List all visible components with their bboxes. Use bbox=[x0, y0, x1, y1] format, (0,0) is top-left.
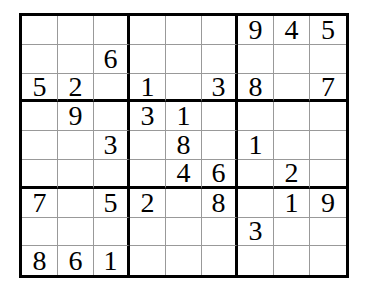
cell-r7c9: 9 bbox=[310, 189, 346, 218]
cell-r1c6[interactable] bbox=[202, 16, 238, 45]
cell-r6c7[interactable] bbox=[238, 160, 274, 189]
cell-r5c5: 8 bbox=[166, 131, 202, 160]
cell-r7c7[interactable] bbox=[238, 189, 274, 218]
cell-r8c9[interactable] bbox=[310, 218, 346, 247]
cell-r7c3: 5 bbox=[94, 189, 130, 218]
cell-r3c6: 3 bbox=[202, 74, 238, 103]
cell-r2c2[interactable] bbox=[58, 45, 94, 74]
cell-r2c4[interactable] bbox=[130, 45, 166, 74]
cell-r8c8[interactable] bbox=[274, 218, 310, 247]
cell-r5c6[interactable] bbox=[202, 131, 238, 160]
cell-r8c5[interactable] bbox=[166, 218, 202, 247]
cell-r6c3[interactable] bbox=[94, 160, 130, 189]
cell-r5c7: 1 bbox=[238, 131, 274, 160]
cell-r9c1: 8 bbox=[22, 246, 58, 275]
cell-r1c7: 9 bbox=[238, 16, 274, 45]
cell-r6c4[interactable] bbox=[130, 160, 166, 189]
page: { "game": "sudoku", "position": "......9… bbox=[0, 0, 374, 300]
cell-r4c8[interactable] bbox=[274, 102, 310, 131]
cell-r9c8[interactable] bbox=[274, 246, 310, 275]
cell-r1c5[interactable] bbox=[166, 16, 202, 45]
cell-r5c4[interactable] bbox=[130, 131, 166, 160]
cell-r9c7[interactable] bbox=[238, 246, 274, 275]
cell-r5c3: 3 bbox=[94, 131, 130, 160]
cell-r1c4[interactable] bbox=[130, 16, 166, 45]
cell-r5c1[interactable] bbox=[22, 131, 58, 160]
cell-r1c8: 4 bbox=[274, 16, 310, 45]
cell-r4c4: 3 bbox=[130, 102, 166, 131]
cell-r3c3[interactable] bbox=[94, 74, 130, 103]
cell-r3c1: 5 bbox=[22, 74, 58, 103]
cell-r4c6[interactable] bbox=[202, 102, 238, 131]
cell-r6c9[interactable] bbox=[310, 160, 346, 189]
cell-r4c7[interactable] bbox=[238, 102, 274, 131]
cell-r4c9[interactable] bbox=[310, 102, 346, 131]
cell-r9c4[interactable] bbox=[130, 246, 166, 275]
cell-r4c5: 1 bbox=[166, 102, 202, 131]
cell-r4c2: 9 bbox=[58, 102, 94, 131]
cell-r8c3[interactable] bbox=[94, 218, 130, 247]
cell-r8c4[interactable] bbox=[130, 218, 166, 247]
cell-r2c9[interactable] bbox=[310, 45, 346, 74]
cell-r7c6: 8 bbox=[202, 189, 238, 218]
cell-r7c1: 7 bbox=[22, 189, 58, 218]
cell-r1c9: 5 bbox=[310, 16, 346, 45]
cell-r6c6: 6 bbox=[202, 160, 238, 189]
cell-r9c3: 1 bbox=[94, 246, 130, 275]
cell-r8c7: 3 bbox=[238, 218, 274, 247]
cell-r6c8: 2 bbox=[274, 160, 310, 189]
cell-r1c2[interactable] bbox=[58, 16, 94, 45]
cell-r3c7: 8 bbox=[238, 74, 274, 103]
cell-r2c8[interactable] bbox=[274, 45, 310, 74]
cell-r7c5[interactable] bbox=[166, 189, 202, 218]
cell-r5c9[interactable] bbox=[310, 131, 346, 160]
cell-r3c8[interactable] bbox=[274, 74, 310, 103]
cell-r8c6[interactable] bbox=[202, 218, 238, 247]
cell-r5c2[interactable] bbox=[58, 131, 94, 160]
cell-r9c6[interactable] bbox=[202, 246, 238, 275]
cell-r3c4: 1 bbox=[130, 74, 166, 103]
cell-r4c3[interactable] bbox=[94, 102, 130, 131]
cell-r7c8: 1 bbox=[274, 189, 310, 218]
cell-r3c9: 7 bbox=[310, 74, 346, 103]
cell-r6c2[interactable] bbox=[58, 160, 94, 189]
cell-r3c2: 2 bbox=[58, 74, 94, 103]
cell-r6c1[interactable] bbox=[22, 160, 58, 189]
cell-r2c7[interactable] bbox=[238, 45, 274, 74]
sudoku-board: 94565213879313814627528193861 bbox=[19, 13, 349, 278]
cell-r1c1[interactable] bbox=[22, 16, 58, 45]
cell-r7c2[interactable] bbox=[58, 189, 94, 218]
cell-r8c1[interactable] bbox=[22, 218, 58, 247]
cell-r1c3[interactable] bbox=[94, 16, 130, 45]
cell-r6c5: 4 bbox=[166, 160, 202, 189]
cell-r9c2: 6 bbox=[58, 246, 94, 275]
cell-r7c4: 2 bbox=[130, 189, 166, 218]
cell-r3c5[interactable] bbox=[166, 74, 202, 103]
cell-r9c5[interactable] bbox=[166, 246, 202, 275]
cell-r2c5[interactable] bbox=[166, 45, 202, 74]
cell-r2c1[interactable] bbox=[22, 45, 58, 74]
cell-r4c1[interactable] bbox=[22, 102, 58, 131]
cell-r9c9[interactable] bbox=[310, 246, 346, 275]
cell-r8c2[interactable] bbox=[58, 218, 94, 247]
cell-r5c8[interactable] bbox=[274, 131, 310, 160]
cell-r2c6[interactable] bbox=[202, 45, 238, 74]
cell-r2c3: 6 bbox=[94, 45, 130, 74]
